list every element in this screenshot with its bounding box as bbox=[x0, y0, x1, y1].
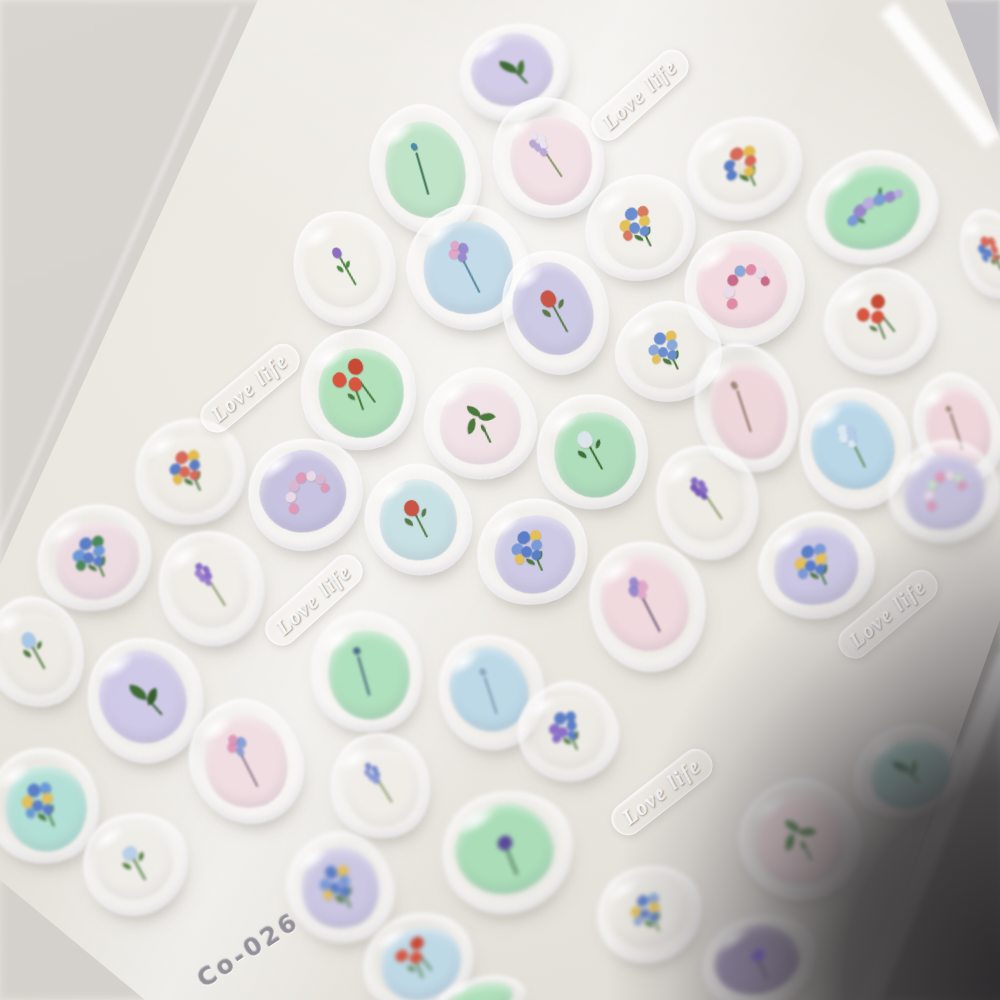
flower-dot bbox=[410, 142, 419, 152]
flower-dot bbox=[537, 287, 559, 310]
flower-dot bbox=[478, 668, 487, 677]
flower-motif-leaf bbox=[98, 649, 193, 746]
flower-sticker bbox=[841, 711, 976, 833]
flower-motif-wreath bbox=[260, 447, 351, 538]
flower-sticker bbox=[585, 852, 715, 976]
photo-scene: Love lifeLove lifeLove lifeLove lifeLove… bbox=[0, 0, 1000, 1000]
leaf bbox=[892, 762, 910, 773]
flower-dot bbox=[574, 429, 596, 451]
leaf bbox=[578, 451, 587, 458]
flower-dot bbox=[401, 498, 422, 519]
flower-dot bbox=[869, 309, 886, 325]
leaf bbox=[783, 834, 797, 851]
flower-dot bbox=[287, 502, 301, 516]
flower-motif-rose bbox=[94, 821, 177, 904]
flower-dot bbox=[120, 843, 140, 863]
flower-sticker bbox=[428, 775, 589, 929]
stem bbox=[132, 858, 146, 881]
stem bbox=[853, 444, 866, 468]
leaf bbox=[784, 820, 800, 832]
flower-motif-spike bbox=[664, 456, 751, 545]
flower-motif-bud bbox=[457, 800, 559, 900]
leaf bbox=[499, 61, 517, 73]
leaf bbox=[466, 405, 480, 416]
stem bbox=[758, 960, 768, 979]
flower-sticker bbox=[691, 900, 830, 1000]
leaf bbox=[23, 650, 31, 657]
stem bbox=[358, 656, 371, 696]
flower-sticker bbox=[144, 516, 281, 659]
flower-sticker bbox=[280, 198, 410, 338]
flower-dot bbox=[393, 947, 411, 964]
leaf bbox=[345, 260, 352, 268]
stem bbox=[736, 391, 752, 434]
flower-dot bbox=[408, 950, 424, 965]
brand-script-label: Love life bbox=[605, 742, 719, 841]
leaf bbox=[542, 310, 551, 318]
leaf bbox=[128, 685, 147, 701]
flower-sticker bbox=[810, 254, 949, 389]
leaf bbox=[870, 326, 878, 332]
leaf bbox=[408, 966, 416, 971]
flower-dot bbox=[944, 405, 952, 413]
stem bbox=[240, 752, 259, 787]
product-code-label: Co-026 bbox=[191, 906, 304, 994]
flower-dot bbox=[721, 284, 736, 299]
flower-sticker bbox=[295, 598, 436, 746]
flower-dot bbox=[854, 306, 872, 324]
flower-sticker bbox=[673, 101, 817, 234]
flower-sticker bbox=[725, 765, 876, 916]
flower-dot bbox=[636, 589, 648, 601]
flower-motif-wreath bbox=[697, 239, 793, 334]
flower-dot bbox=[345, 357, 366, 378]
leaf bbox=[557, 299, 566, 309]
flower-dot bbox=[868, 292, 887, 311]
flower-motif-bouquet bbox=[528, 690, 608, 770]
brand-script-label: Love life bbox=[585, 43, 696, 147]
stem bbox=[641, 596, 661, 632]
leaf bbox=[145, 688, 160, 705]
stem bbox=[545, 151, 563, 177]
flower-motif-spike bbox=[167, 541, 255, 631]
leaf bbox=[36, 640, 44, 649]
flower-sticker bbox=[791, 133, 953, 283]
flower-dot bbox=[346, 375, 364, 393]
stem bbox=[506, 850, 518, 876]
leaf bbox=[404, 518, 413, 525]
sheet-edge-highlight-top-right bbox=[880, 2, 1000, 148]
leaf bbox=[798, 824, 816, 841]
stem bbox=[377, 780, 392, 803]
leaf bbox=[593, 439, 601, 449]
flower-dot bbox=[725, 296, 739, 310]
leaf bbox=[479, 409, 496, 425]
flower-dot bbox=[330, 370, 350, 390]
flower-dot bbox=[925, 500, 938, 513]
stem bbox=[705, 496, 722, 521]
flower-dot bbox=[352, 646, 361, 655]
flower-dot bbox=[749, 947, 766, 963]
flower-motif-tulip bbox=[302, 222, 387, 310]
brand-script-label: Love life bbox=[194, 337, 307, 439]
leaf bbox=[138, 852, 146, 861]
stem bbox=[416, 152, 430, 195]
flower-sticker bbox=[120, 404, 259, 539]
flower-motif-rose bbox=[510, 263, 601, 358]
stem bbox=[209, 582, 226, 607]
stem bbox=[461, 258, 480, 293]
flower-motif-iris bbox=[598, 554, 696, 655]
flower-dot bbox=[407, 934, 426, 952]
flower-sticker bbox=[948, 201, 1000, 308]
flower-dot bbox=[18, 630, 38, 650]
leaf bbox=[123, 863, 132, 869]
flower-motif-lilac bbox=[809, 399, 902, 493]
stem bbox=[552, 304, 569, 332]
leaf bbox=[419, 508, 427, 517]
stem bbox=[483, 677, 497, 715]
flower-motif-clover bbox=[751, 790, 848, 887]
flower-dot bbox=[495, 833, 515, 853]
flower-dot bbox=[730, 381, 739, 391]
leaf bbox=[465, 418, 478, 434]
leaf bbox=[347, 393, 356, 400]
